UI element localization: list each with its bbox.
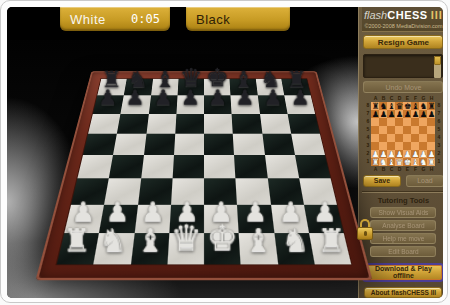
mini-rank-label-left: 4 [364, 134, 371, 141]
mini-rank-label-left: 7 [364, 110, 371, 117]
mini-square-f1: ♝ [411, 158, 419, 166]
mini-square-g5 [419, 126, 427, 134]
analyse-board-button[interactable]: Analyse Board [370, 220, 436, 231]
piece-white-king-e1[interactable]: ♚ [204, 219, 240, 255]
mini-file-label-bottom: F [411, 166, 419, 173]
mini-square-c1: ♝ [387, 158, 395, 166]
mini-piece-white-knight-g1: ♞ [420, 158, 428, 166]
mini-piece-black-pawn-a7: ♟ [372, 110, 380, 118]
mini-rank-label-right: 3 [435, 142, 442, 149]
piece-white-knight-g1[interactable]: ♞ [277, 219, 313, 255]
mini-square-e5 [403, 126, 411, 134]
mini-rank-label-right: 1 [435, 158, 442, 165]
mini-square-a4 [371, 134, 379, 142]
about-flashchess-button[interactable]: About flashCHESS III [364, 287, 442, 298]
mini-piece-white-bishop-c1: ♝ [388, 158, 396, 166]
mini-square-e6 [403, 118, 411, 126]
logo: flashCHESS III ©2000-2008 MediaDivision.… [362, 7, 443, 32]
mini-square-c5 [387, 126, 395, 134]
mini-square-f4 [411, 134, 419, 142]
mini-corner [435, 166, 442, 173]
piece-white-rook-a1[interactable]: ♜ [59, 219, 95, 255]
piece-white-bishop-f1[interactable]: ♝ [240, 219, 276, 255]
mini-board: ABCDEFGH8♜♞♝♛♚♝♞♜87♟♟♟♟♟♟♟♟7665544332♟♟♟… [364, 95, 442, 173]
mini-rank-label-right: 6 [435, 118, 442, 125]
move-list-scrollbar[interactable] [434, 56, 441, 78]
mini-square-g6 [419, 118, 427, 126]
padlock-icon [357, 219, 373, 241]
logo-title: flashCHESS III [364, 10, 443, 21]
mini-square-b7: ♟ [379, 110, 387, 118]
mini-piece-white-king-e1: ♚ [404, 158, 412, 166]
mini-piece-white-rook-a1: ♜ [372, 158, 380, 166]
mini-square-e7: ♟ [403, 110, 411, 118]
save-load-row: Save Load [363, 175, 443, 187]
mini-piece-black-pawn-f7: ♟ [412, 110, 420, 118]
move-list [363, 54, 443, 78]
download-play-offline-button[interactable]: Download & Play offline [362, 263, 443, 282]
mini-file-label-bottom: D [395, 166, 403, 173]
piece-black-pawn-a7[interactable]: ♟ [94, 81, 121, 108]
mini-rank-label-left: 8 [364, 102, 371, 109]
mini-piece-black-pawn-c7: ♟ [388, 110, 396, 118]
piece-black-pawn-c7[interactable]: ♟ [149, 81, 176, 108]
game-area: White 0:05 Black ♜♞♝♛♚♝♞♜♟♟♟♟♟♟♟♟♟♟♟♟♟♟♟… [7, 7, 358, 298]
mini-file-label-bottom: B [379, 166, 387, 173]
mini-file-label-bottom: G [419, 166, 427, 173]
mini-square-b4 [379, 134, 387, 142]
tutoring-tools-title: Tutoring Tools [378, 196, 429, 205]
piece-black-pawn-b7[interactable]: ♟ [122, 81, 149, 108]
mini-piece-black-pawn-d7: ♟ [396, 110, 404, 118]
piece-white-bishop-c1[interactable]: ♝ [131, 219, 167, 255]
mini-square-d7: ♟ [395, 110, 403, 118]
logo-flash: flash [364, 9, 387, 21]
copyright: ©2000-2008 MediaDivision.com [364, 23, 443, 29]
scrollbar-thumb[interactable] [434, 56, 441, 65]
mini-square-d1: ♛ [395, 158, 403, 166]
piece-black-pawn-e7[interactable]: ♟ [204, 81, 231, 108]
edit-board-button[interactable]: Edit Board [370, 246, 436, 257]
mini-piece-black-pawn-h7: ♟ [428, 110, 436, 118]
piece-black-pawn-g7[interactable]: ♟ [259, 81, 286, 108]
mini-piece-black-pawn-e7: ♟ [404, 110, 412, 118]
mini-corner [364, 95, 371, 102]
mini-rank-label-left: 2 [364, 150, 371, 157]
mini-square-f6 [411, 118, 419, 126]
mini-square-f5 [411, 126, 419, 134]
piece-white-queen-d1[interactable]: ♛ [168, 219, 204, 255]
mini-square-h4 [427, 134, 435, 142]
piece-black-pawn-h7[interactable]: ♟ [286, 81, 313, 108]
mini-square-h5 [427, 126, 435, 134]
mini-square-e4 [403, 134, 411, 142]
mini-rank-label-right: 5 [435, 126, 442, 133]
help-me-move-button[interactable]: Help me move [370, 233, 436, 244]
mini-square-h7: ♟ [427, 110, 435, 118]
mini-square-d5 [395, 126, 403, 134]
mini-rank-label-left: 1 [364, 158, 371, 165]
piece-white-rook-h1[interactable]: ♜ [313, 219, 349, 255]
mini-corner [435, 95, 442, 102]
mini-square-d4 [395, 134, 403, 142]
mini-file-label-bottom: C [387, 166, 395, 173]
mini-square-g1: ♞ [419, 158, 427, 166]
mini-file-label-bottom: E [403, 166, 411, 173]
mini-square-c4 [387, 134, 395, 142]
mini-square-a1: ♜ [371, 158, 379, 166]
mini-square-a7: ♟ [371, 110, 379, 118]
mini-square-b5 [379, 126, 387, 134]
window-frame: White 0:05 Black ♜♞♝♛♚♝♞♜♟♟♟♟♟♟♟♟♟♟♟♟♟♟♟… [0, 0, 448, 303]
mini-square-c7: ♟ [387, 110, 395, 118]
divider [362, 191, 443, 193]
undo-move-button[interactable]: Undo Move [363, 81, 443, 92]
mini-rank-label-left: 3 [364, 142, 371, 149]
chess-board-3d[interactable]: ♜♞♝♛♚♝♞♜♟♟♟♟♟♟♟♟♟♟♟♟♟♟♟♟♜♞♝♛♚♝♞♜ [35, 71, 372, 280]
mini-square-f7: ♟ [411, 110, 419, 118]
tutoring-tools: Show Visual Aids Analyse Board Help me m… [370, 207, 436, 257]
mini-square-b1: ♞ [379, 158, 387, 166]
board-scene: ♜♞♝♛♚♝♞♜♟♟♟♟♟♟♟♟♟♟♟♟♟♟♟♟♜♞♝♛♚♝♞♜ [7, 7, 358, 298]
mini-piece-black-pawn-b7: ♟ [380, 110, 388, 118]
piece-black-pawn-f7[interactable]: ♟ [231, 81, 258, 108]
mini-square-g7: ♟ [419, 110, 427, 118]
mini-square-d6 [395, 118, 403, 126]
mini-corner [364, 166, 371, 173]
logo-version: III [431, 9, 443, 21]
mini-piece-black-pawn-g7: ♟ [420, 110, 428, 118]
mini-square-b6 [379, 118, 387, 126]
logo-chess: CHESS [387, 9, 427, 21]
mini-square-e1: ♚ [403, 158, 411, 166]
flashchess-app: White 0:05 Black ♜♞♝♛♚♝♞♜♟♟♟♟♟♟♟♟♟♟♟♟♟♟♟… [7, 7, 443, 298]
show-visual-aids-button[interactable]: Show Visual Aids [370, 207, 436, 218]
mini-rank-label-right: 8 [435, 102, 442, 109]
mini-piece-white-queen-d1: ♛ [396, 158, 404, 166]
mini-piece-white-rook-h1: ♜ [428, 158, 436, 166]
mini-square-a6 [371, 118, 379, 126]
mini-file-label-bottom: A [371, 166, 379, 173]
mini-rank-label-left: 5 [364, 126, 371, 133]
load-button[interactable]: Load [406, 175, 443, 187]
mini-piece-white-bishop-f1: ♝ [412, 158, 420, 166]
mini-square-h1: ♜ [427, 158, 435, 166]
mini-piece-white-knight-b1: ♞ [380, 158, 388, 166]
mini-rank-label-right: 4 [435, 134, 442, 141]
mini-rank-label-left: 6 [364, 118, 371, 125]
save-button[interactable]: Save [363, 175, 401, 187]
resign-game-button[interactable]: Resign Game [363, 35, 443, 49]
piece-white-knight-b1[interactable]: ♞ [95, 219, 131, 255]
mini-square-g4 [419, 134, 427, 142]
mini-file-label-bottom: H [427, 166, 435, 173]
mini-square-a5 [371, 126, 379, 134]
mini-square-c6 [387, 118, 395, 126]
mini-square-h6 [427, 118, 435, 126]
board-pieces: ♜♞♝♛♚♝♞♜♟♟♟♟♟♟♟♟♟♟♟♟♟♟♟♟♜♞♝♛♚♝♞♜ [57, 79, 351, 265]
mini-rank-label-right: 7 [435, 110, 442, 117]
sidebar: flashCHESS III ©2000-2008 MediaDivision.… [358, 7, 443, 298]
piece-black-pawn-d7[interactable]: ♟ [177, 81, 204, 108]
mini-rank-label-right: 2 [435, 150, 442, 157]
